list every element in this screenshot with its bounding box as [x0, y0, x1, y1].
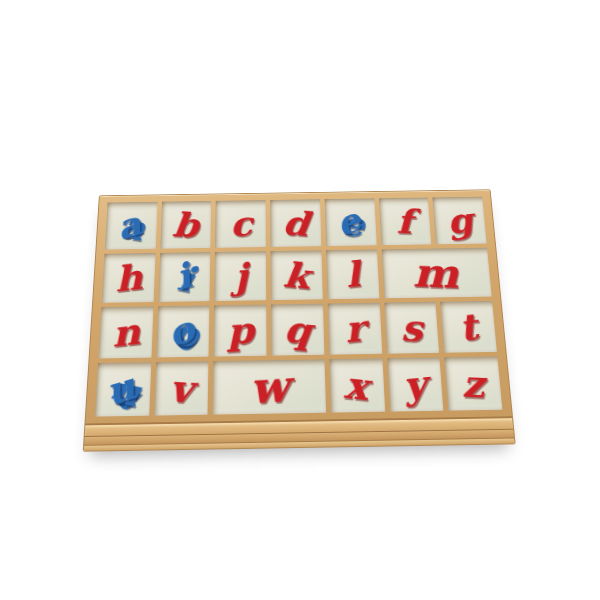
compartment-y[interactable]: y	[387, 357, 444, 411]
compartment-x[interactable]: x	[329, 358, 385, 412]
compartment-w[interactable]: w	[213, 359, 326, 414]
alphabet-box: aabcdeefghiijklmnooopqrstuuuvwxyz	[83, 189, 516, 451]
letter-piece-s[interactable]: s	[401, 309, 423, 345]
compartment-t[interactable]: t	[440, 301, 496, 353]
compartment-m[interactable]: m	[381, 248, 491, 299]
compartment-tray: aabcdeefghiijklmnooopqrstuuuvwxyz	[95, 197, 503, 417]
letter-piece-x[interactable]: x	[343, 366, 369, 406]
compartment-c[interactable]: c	[215, 200, 266, 248]
compartment-l[interactable]: l	[326, 249, 379, 299]
compartment-a[interactable]: aa	[105, 202, 158, 250]
tray-row-1: aabcdeefg	[105, 197, 487, 250]
letter-piece-g[interactable]: g	[444, 203, 476, 238]
compartment-e[interactable]: ee	[324, 198, 376, 246]
compartment-h[interactable]: h	[102, 253, 156, 303]
compartment-g[interactable]: g	[433, 197, 487, 245]
compartment-p[interactable]: p	[214, 305, 267, 357]
compartment-d[interactable]: d	[270, 199, 321, 247]
letter-piece-k[interactable]: k	[281, 257, 311, 294]
compartment-u[interactable]: uuu	[95, 362, 151, 416]
product-photo-scene: aabcdeefghiijklmnooopqrstuuuvwxyz	[83, 160, 516, 446]
letter-piece-c[interactable]: c	[229, 207, 253, 241]
letter-piece-b[interactable]: b	[171, 208, 200, 242]
letter-piece-y[interactable]: y	[401, 365, 429, 404]
compartment-z[interactable]: z	[445, 356, 503, 410]
compartment-f[interactable]: f	[379, 198, 432, 246]
letter-piece-n[interactable]: n	[111, 313, 141, 352]
compartment-o[interactable]: ooo	[156, 305, 210, 357]
letter-piece-h[interactable]: h	[114, 259, 143, 296]
compartment-s[interactable]: s	[384, 302, 439, 354]
compartment-i[interactable]: ii	[158, 252, 211, 302]
tray-row-3: nooopqrst	[98, 301, 497, 359]
compartment-j[interactable]: j	[215, 251, 267, 301]
letter-piece-d[interactable]: d	[281, 205, 310, 240]
compartment-b[interactable]: b	[160, 201, 211, 249]
letter-piece-z[interactable]: z	[462, 364, 485, 402]
letter-piece-v[interactable]: v	[168, 369, 194, 408]
letter-piece-p[interactable]: p	[226, 312, 255, 350]
compartment-r[interactable]: r	[328, 303, 382, 355]
letter-piece-r[interactable]: r	[342, 310, 367, 348]
letter-piece-l[interactable]: l	[343, 256, 362, 292]
compartment-k[interactable]: k	[271, 250, 323, 300]
letter-piece-t[interactable]: t	[456, 308, 480, 346]
letter-piece-m[interactable]: m	[413, 252, 459, 293]
tray-row-2: hiijklm	[102, 248, 492, 303]
compartment-q[interactable]: q	[271, 304, 324, 356]
tray-row-4: uuuvwxyz	[95, 356, 503, 416]
compartment-n[interactable]: n	[98, 306, 153, 358]
letter-piece-q[interactable]: q	[282, 310, 313, 348]
letter-piece-j[interactable]: j	[233, 258, 248, 293]
letter-piece-f[interactable]: f	[397, 205, 413, 238]
compartment-v[interactable]: v	[154, 361, 209, 415]
letter-piece-w[interactable]: w	[249, 364, 290, 410]
